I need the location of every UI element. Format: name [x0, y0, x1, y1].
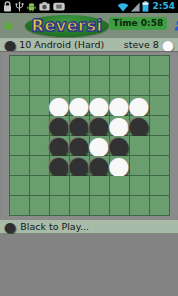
cell-d7[interactable] [70, 176, 89, 195]
usb-icon [15, 1, 24, 12]
cell-b6[interactable] [30, 156, 49, 175]
cell-d6[interactable]: ● [70, 156, 89, 175]
cell-h6[interactable] [150, 156, 169, 175]
cell-g4[interactable]: ● [130, 116, 149, 135]
cell-h3[interactable] [150, 96, 169, 115]
cell-g1[interactable] [130, 56, 149, 75]
cell-b3[interactable] [30, 96, 49, 115]
cell-d1[interactable] [70, 56, 89, 75]
cell-c7[interactable] [50, 176, 69, 195]
emulator-icon [53, 2, 65, 11]
cell-a1[interactable] [10, 56, 29, 75]
reversi-app: 2:54 Reversi Time 0:58 ● 10 Android (Har… [0, 0, 178, 296]
black-disc-icon: ● [4, 39, 16, 51]
cell-c6[interactable]: ● [50, 156, 69, 175]
app-logo: Reversi [25, 15, 109, 37]
cell-a3[interactable] [10, 96, 29, 115]
player-person-icon[interactable] [174, 16, 178, 35]
cell-e6[interactable]: ● [90, 156, 109, 175]
score-row: ● 10 Android (Hard) steve 8 ● [0, 38, 178, 51]
bottom-filler [0, 234, 178, 296]
android-robot-icon [4, 16, 13, 35]
cell-a7[interactable] [10, 176, 29, 195]
cell-b8[interactable] [30, 196, 49, 215]
cell-a8[interactable] [10, 196, 29, 215]
clock: 2:54 [153, 0, 175, 13]
cell-c1[interactable] [50, 56, 69, 75]
cell-g6[interactable] [130, 156, 149, 175]
cell-h4[interactable] [150, 116, 169, 135]
camera-icon [39, 2, 50, 11]
cell-h7[interactable] [150, 176, 169, 195]
turn-text: Black to Play... [20, 220, 89, 233]
cell-g8[interactable] [130, 196, 149, 215]
cell-h1[interactable] [150, 56, 169, 75]
cell-f7[interactable] [110, 176, 129, 195]
cell-a5[interactable] [10, 136, 29, 155]
cell-f1[interactable] [110, 56, 129, 75]
black-score: 10 [19, 38, 31, 51]
cell-h2[interactable] [150, 76, 169, 95]
wifi-icon [117, 2, 129, 12]
game-timer: Time 0:58 [109, 17, 167, 30]
board-frame: ●●●●●●●●●●●●●●●●●● [0, 51, 178, 220]
black-player-label: Android (Hard) [34, 38, 104, 51]
cell-f8[interactable] [110, 196, 129, 215]
cell-h8[interactable] [150, 196, 169, 215]
cell-b5[interactable] [30, 136, 49, 155]
battery-icon [142, 1, 149, 12]
cell-b4[interactable] [30, 116, 49, 135]
white-player-name: steve [124, 38, 150, 51]
cell-a4[interactable] [10, 116, 29, 135]
app-title: Reversi [32, 18, 103, 34]
cell-e7[interactable] [90, 176, 109, 195]
cell-b7[interactable] [30, 176, 49, 195]
lock-icon [3, 1, 12, 12]
cell-h5[interactable] [150, 136, 169, 155]
cell-a2[interactable] [10, 76, 29, 95]
cell-b1[interactable] [30, 56, 49, 75]
cell-b2[interactable] [30, 76, 49, 95]
app-header: Reversi Time 0:58 [0, 13, 178, 38]
android-icon [27, 2, 36, 12]
white-score: 8 [153, 38, 159, 51]
cell-e8[interactable] [90, 196, 109, 215]
cell-c8[interactable] [50, 196, 69, 215]
cell-a6[interactable] [10, 156, 29, 175]
turn-disc-icon: ● [4, 221, 16, 233]
status-bar-right: 2:54 [117, 0, 175, 13]
android-status-bar: 2:54 [0, 0, 178, 13]
board: ●●●●●●●●●●●●●●●●●● [9, 55, 170, 216]
signal-icon [131, 2, 140, 12]
cell-g7[interactable] [130, 176, 149, 195]
white-disc-icon: ● [162, 39, 174, 51]
cell-f6[interactable]: ● [110, 156, 129, 175]
cell-e1[interactable] [90, 56, 109, 75]
turn-status-bar: ● Black to Play... [0, 220, 178, 234]
cell-g5[interactable] [130, 136, 149, 155]
cell-d8[interactable] [70, 196, 89, 215]
